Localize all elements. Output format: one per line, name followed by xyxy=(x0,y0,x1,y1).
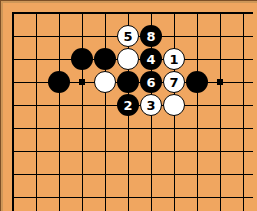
black-stone xyxy=(117,71,139,93)
white-stone xyxy=(117,48,139,70)
black-stone-move-4: 4 xyxy=(140,48,162,70)
white-stone xyxy=(163,94,185,116)
black-stone xyxy=(48,71,70,93)
black-stone-move-2: 2 xyxy=(117,94,139,116)
white-stone-move-1: 1 xyxy=(163,48,185,70)
white-stone-move-7: 7 xyxy=(163,71,185,93)
board-cell: 5 xyxy=(117,25,140,48)
board-cell: 7 xyxy=(163,71,186,94)
go-diagram-frame: 58416723 xyxy=(0,0,257,211)
board-cell xyxy=(48,71,71,94)
board-cell xyxy=(94,48,117,71)
black-stone xyxy=(71,48,93,70)
board-cell xyxy=(117,48,140,71)
stones-grid: 58416723 xyxy=(2,2,255,209)
board-cell: 8 xyxy=(140,25,163,48)
black-stone-move-6: 6 xyxy=(140,71,162,93)
board-cell: 2 xyxy=(117,94,140,117)
black-stone-move-8: 8 xyxy=(140,25,162,47)
board-cell: 3 xyxy=(140,94,163,117)
black-stone xyxy=(186,71,208,93)
board-cell: 4 xyxy=(140,48,163,71)
white-stone xyxy=(94,71,116,93)
white-stone-move-3: 3 xyxy=(140,94,162,116)
board-cell xyxy=(94,71,117,94)
board-cell: 6 xyxy=(140,71,163,94)
white-stone-move-5: 5 xyxy=(117,25,139,47)
go-board: 58416723 xyxy=(0,0,257,211)
board-cell: 1 xyxy=(163,48,186,71)
board-cell xyxy=(117,71,140,94)
board-cell xyxy=(71,48,94,71)
board-cell xyxy=(163,94,186,117)
black-stone xyxy=(94,48,116,70)
board-cell xyxy=(186,71,209,94)
